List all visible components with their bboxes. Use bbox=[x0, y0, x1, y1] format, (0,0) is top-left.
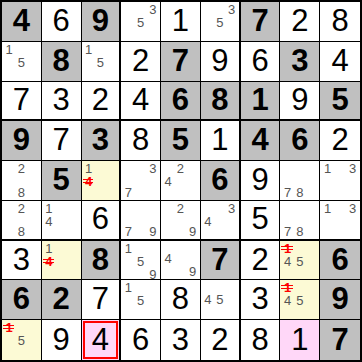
solved-digit: 8 bbox=[251, 324, 268, 355]
given-digit: 7 bbox=[211, 244, 228, 275]
pencil-marks: 78 bbox=[281, 202, 318, 238]
cell-r6c2[interactable]: 14 bbox=[42, 201, 82, 241]
given-digit: 7 bbox=[331, 324, 348, 355]
sudoku-board: 4693513572815815279634732468195973851462… bbox=[0, 0, 362, 362]
candidate-mark: 1 bbox=[43, 202, 55, 215]
cell-r1c1[interactable]: 4 bbox=[2, 2, 42, 42]
given-digit: 1 bbox=[251, 84, 268, 115]
candidate-mark: 7 bbox=[122, 186, 134, 199]
candidate-mark: 5 bbox=[135, 16, 147, 29]
cell-r5c2[interactable]: 5 bbox=[42, 161, 82, 201]
cell-r3c6[interactable]: 8 bbox=[201, 82, 241, 122]
solved-digit: 1 bbox=[291, 324, 308, 355]
cell-r6c7[interactable]: 5 bbox=[241, 201, 281, 241]
pencil-marks: 14 bbox=[83, 162, 119, 199]
candidate-mark: 8 bbox=[15, 186, 27, 199]
given-digit: 6 bbox=[331, 244, 348, 275]
cell-r8c9[interactable]: 9 bbox=[320, 280, 360, 320]
candidate-mark: 4 bbox=[202, 215, 214, 228]
solved-digit: 9 bbox=[291, 84, 308, 115]
candidate-mark: 5 bbox=[15, 334, 27, 347]
pencil-marks: 14 bbox=[43, 242, 80, 279]
candidate-mark: 5 bbox=[214, 293, 226, 306]
cell-r4c4[interactable]: 8 bbox=[121, 121, 161, 161]
cell-r3c8[interactable]: 9 bbox=[280, 82, 320, 122]
solved-digit: 4 bbox=[132, 84, 149, 115]
given-digit: 6 bbox=[291, 124, 308, 155]
candidate-mark: 5 bbox=[15, 56, 27, 69]
candidate-mark: 8 bbox=[294, 225, 306, 238]
cell-r9c8[interactable]: 1 bbox=[280, 320, 320, 360]
candidate-mark: 9 bbox=[147, 268, 159, 281]
cell-r2c9[interactable]: 4 bbox=[320, 42, 360, 82]
solved-digit: 2 bbox=[251, 244, 268, 275]
cell-r3c4[interactable]: 4 bbox=[121, 82, 161, 122]
candidate-mark: 3 bbox=[226, 3, 238, 16]
solved-digit: 4 bbox=[331, 45, 348, 76]
cell-r2c7[interactable]: 6 bbox=[241, 42, 281, 82]
cell-r6c5[interactable]: 29 bbox=[161, 201, 201, 241]
candidate-mark: 1 bbox=[122, 281, 134, 294]
cell-r8c8[interactable]: 451 bbox=[280, 280, 320, 320]
cell-r8c2[interactable]: 2 bbox=[42, 280, 82, 320]
candidate-mark: 9 bbox=[147, 225, 159, 238]
cell-r4c8[interactable]: 6 bbox=[280, 121, 320, 161]
cell-r6c1[interactable]: 28 bbox=[2, 201, 42, 241]
candidate-mark: 1 bbox=[122, 242, 134, 255]
solved-digit: 6 bbox=[251, 45, 268, 76]
cell-r7c8[interactable]: 451 bbox=[280, 241, 320, 281]
cell-r2c5[interactable]: 7 bbox=[161, 42, 201, 82]
cell-r7c5[interactable]: 49 bbox=[161, 241, 201, 281]
solved-digit: 5 bbox=[251, 203, 268, 234]
candidate-mark: 4 bbox=[281, 255, 293, 268]
candidate-mark: 3 bbox=[346, 162, 359, 175]
candidate-mark: 3 bbox=[147, 3, 159, 16]
cell-r2c4[interactable]: 2 bbox=[121, 42, 161, 82]
candidate-mark: 8 bbox=[15, 225, 27, 238]
solved-digit: 4 bbox=[92, 324, 109, 355]
given-digit: 8 bbox=[92, 244, 109, 275]
pencil-marks: 15 bbox=[83, 43, 119, 80]
candidate-mark: 4 bbox=[281, 294, 293, 307]
cell-r2c1[interactable]: 15 bbox=[2, 42, 42, 82]
solved-digit: 8 bbox=[172, 283, 189, 314]
given-digit: 6 bbox=[13, 283, 30, 314]
candidate-mark: 5 bbox=[294, 255, 306, 268]
cell-r2c8[interactable]: 3 bbox=[280, 42, 320, 82]
solved-digit: 6 bbox=[92, 203, 109, 234]
solved-digit: 2 bbox=[92, 84, 109, 115]
solved-digit: 9 bbox=[251, 164, 268, 195]
solved-digit: 3 bbox=[251, 283, 268, 314]
pencil-marks: 24 bbox=[162, 162, 199, 199]
solved-digit: 8 bbox=[331, 5, 348, 36]
cell-r4c5[interactable]: 5 bbox=[161, 121, 201, 161]
cell-r9c7[interactable]: 8 bbox=[241, 320, 281, 360]
solved-digit: 9 bbox=[211, 45, 228, 76]
cell-r5c3[interactable]: 14 bbox=[82, 161, 122, 201]
candidate-mark: 4 bbox=[162, 252, 174, 265]
solved-digit: 2 bbox=[291, 5, 308, 36]
solved-digit: 2 bbox=[211, 324, 228, 355]
cell-r3c5[interactable]: 6 bbox=[161, 82, 201, 122]
given-digit: 4 bbox=[251, 124, 268, 155]
solved-digit: 1 bbox=[211, 124, 228, 155]
cell-r4c2[interactable]: 7 bbox=[42, 121, 82, 161]
cell-r3c3[interactable]: 2 bbox=[82, 82, 122, 122]
pencil-marks: 28 bbox=[3, 202, 40, 238]
candidate-mark: 4 bbox=[43, 215, 55, 228]
solved-digit: 8 bbox=[132, 124, 149, 155]
cell-r7c3[interactable]: 8 bbox=[82, 241, 122, 281]
cell-r9c5[interactable]: 3 bbox=[161, 320, 201, 360]
eliminated-candidate-mark: 1 bbox=[3, 321, 15, 334]
cell-r7c2[interactable]: 14 bbox=[42, 241, 82, 281]
cell-r9c3[interactable]: 4 bbox=[82, 320, 122, 360]
cell-r7c6[interactable]: 7 bbox=[201, 241, 241, 281]
cell-r9c1[interactable]: 51 bbox=[2, 320, 42, 360]
candidate-mark: 5 bbox=[94, 56, 106, 69]
cell-r6c4[interactable]: 79 bbox=[121, 201, 161, 241]
cell-r5c6[interactable]: 6 bbox=[201, 161, 241, 201]
cell-r5c8[interactable]: 78 bbox=[280, 161, 320, 201]
given-digit: 4 bbox=[13, 5, 30, 36]
given-digit: 6 bbox=[211, 164, 228, 195]
candidate-mark: 9 bbox=[187, 225, 199, 238]
cell-r1c2[interactable]: 6 bbox=[42, 2, 82, 42]
cell-r5c7[interactable]: 9 bbox=[241, 161, 281, 201]
pencil-marks: 15 bbox=[3, 43, 40, 80]
candidate-mark: 3 bbox=[346, 202, 359, 215]
cell-r3c7[interactable]: 1 bbox=[241, 82, 281, 122]
pencil-marks: 79 bbox=[122, 202, 159, 238]
cell-r8c7[interactable]: 3 bbox=[241, 280, 281, 320]
cell-r1c6[interactable]: 35 bbox=[201, 2, 241, 42]
cell-r6c3[interactable]: 6 bbox=[82, 201, 122, 241]
pencil-marks: 29 bbox=[162, 202, 199, 238]
solved-digit: 6 bbox=[53, 5, 70, 36]
pencil-marks: 451 bbox=[281, 281, 318, 318]
cell-r7c7[interactable]: 2 bbox=[241, 241, 281, 281]
solved-digit: 7 bbox=[92, 283, 109, 314]
solved-digit: 3 bbox=[13, 244, 30, 275]
given-digit: 2 bbox=[53, 283, 70, 314]
cell-r5c9[interactable]: 13 bbox=[320, 161, 360, 201]
candidate-mark: 5 bbox=[294, 294, 306, 307]
pencil-marks: 37 bbox=[122, 162, 159, 199]
cell-r4c1[interactable]: 9 bbox=[2, 121, 42, 161]
pencil-marks: 13 bbox=[321, 202, 359, 238]
candidate-mark: 2 bbox=[174, 162, 186, 175]
solved-digit: 2 bbox=[331, 124, 348, 155]
candidate-mark: 8 bbox=[294, 186, 306, 199]
candidate-mark: 9 bbox=[187, 265, 199, 278]
solved-digit: 6 bbox=[132, 324, 149, 355]
solved-digit: 3 bbox=[53, 84, 70, 115]
pencil-marks: 15 bbox=[122, 281, 159, 318]
pencil-marks: 49 bbox=[162, 242, 199, 279]
given-digit: 9 bbox=[92, 5, 109, 36]
pencil-marks: 451 bbox=[281, 242, 318, 279]
candidate-mark: 1 bbox=[321, 162, 334, 175]
cell-r6c8[interactable]: 78 bbox=[280, 201, 320, 241]
cell-r6c9[interactable]: 13 bbox=[320, 201, 360, 241]
given-digit: 6 bbox=[172, 84, 189, 115]
candidate-mark: 7 bbox=[122, 225, 134, 238]
cell-r7c1[interactable]: 3 bbox=[2, 241, 42, 281]
candidate-mark: 1 bbox=[83, 43, 95, 56]
pencil-marks: 14 bbox=[43, 202, 80, 238]
cell-r2c3[interactable]: 15 bbox=[82, 42, 122, 82]
solved-digit: 9 bbox=[53, 324, 70, 355]
candidate-mark: 7 bbox=[281, 225, 293, 238]
pencil-marks: 35 bbox=[202, 3, 238, 40]
cell-r5c1[interactable]: 28 bbox=[2, 161, 42, 201]
candidate-mark: 1 bbox=[43, 242, 55, 255]
given-digit: 7 bbox=[251, 5, 268, 36]
pencil-marks: 159 bbox=[122, 242, 159, 279]
solved-digit: 7 bbox=[53, 124, 70, 155]
candidate-mark: 1 bbox=[321, 202, 334, 215]
candidate-mark: 5 bbox=[135, 294, 147, 307]
candidate-mark: 3 bbox=[226, 202, 238, 215]
candidate-mark: 7 bbox=[281, 186, 293, 199]
solved-digit: 2 bbox=[132, 45, 149, 76]
given-digit: 8 bbox=[211, 84, 228, 115]
solved-digit: 1 bbox=[172, 5, 189, 36]
given-digit: 9 bbox=[13, 124, 30, 155]
candidate-mark: 4 bbox=[202, 293, 214, 306]
pencil-marks: 34 bbox=[202, 202, 238, 238]
eliminated-candidate-mark: 1 bbox=[281, 281, 293, 294]
candidate-mark: 5 bbox=[135, 255, 147, 268]
candidate-mark: 2 bbox=[174, 202, 186, 215]
cell-r4c3[interactable]: 3 bbox=[82, 121, 122, 161]
given-digit: 5 bbox=[331, 84, 348, 115]
solved-digit: 7 bbox=[13, 84, 30, 115]
cell-r3c1[interactable]: 7 bbox=[2, 82, 42, 122]
cell-r1c4[interactable]: 35 bbox=[121, 2, 161, 42]
cell-r3c2[interactable]: 3 bbox=[42, 82, 82, 122]
pencil-marks: 78 bbox=[281, 162, 318, 199]
cell-r1c5[interactable]: 1 bbox=[161, 2, 201, 42]
given-digit: 5 bbox=[172, 124, 189, 155]
cell-r4c9[interactable]: 2 bbox=[320, 121, 360, 161]
candidate-mark: 5 bbox=[214, 16, 226, 29]
pencil-marks: 35 bbox=[122, 3, 159, 40]
cell-r8c1[interactable]: 6 bbox=[2, 280, 42, 320]
cell-r4c7[interactable]: 4 bbox=[241, 121, 281, 161]
eliminated-candidate-mark: 1 bbox=[281, 242, 293, 255]
cell-r9c2[interactable]: 9 bbox=[42, 320, 82, 360]
given-digit: 7 bbox=[172, 45, 189, 76]
given-digit: 3 bbox=[291, 45, 308, 76]
cell-r9c9[interactable]: 7 bbox=[320, 320, 360, 360]
eliminated-candidate-mark: 4 bbox=[83, 175, 95, 188]
cell-r8c3[interactable]: 7 bbox=[82, 280, 122, 320]
candidate-mark: 3 bbox=[147, 162, 159, 175]
given-digit: 8 bbox=[53, 45, 70, 76]
cell-r5c5[interactable]: 24 bbox=[161, 161, 201, 201]
given-digit: 3 bbox=[92, 124, 109, 155]
solved-digit: 3 bbox=[172, 324, 189, 355]
cell-r1c9[interactable]: 8 bbox=[320, 2, 360, 42]
cell-r9c6[interactable]: 2 bbox=[201, 320, 241, 360]
candidate-mark: 2 bbox=[15, 162, 27, 175]
cell-r1c7[interactable]: 7 bbox=[241, 2, 281, 42]
pencil-marks: 51 bbox=[3, 321, 40, 359]
cell-r7c4[interactable]: 159 bbox=[121, 241, 161, 281]
candidate-mark: 2 bbox=[15, 202, 27, 215]
cell-r8c5[interactable]: 8 bbox=[161, 280, 201, 320]
cell-r8c4[interactable]: 15 bbox=[121, 280, 161, 320]
cell-r5c4[interactable]: 37 bbox=[121, 161, 161, 201]
eliminated-candidate-mark: 4 bbox=[43, 255, 55, 268]
given-digit: 9 bbox=[331, 283, 348, 314]
cell-r1c3[interactable]: 9 bbox=[82, 2, 122, 42]
cell-r8c6[interactable]: 45 bbox=[201, 280, 241, 320]
cell-r4c6[interactable]: 1 bbox=[201, 121, 241, 161]
pencil-marks: 13 bbox=[321, 162, 359, 199]
cell-r3c9[interactable]: 5 bbox=[320, 82, 360, 122]
cell-r2c2[interactable]: 8 bbox=[42, 42, 82, 82]
pencil-marks: 45 bbox=[202, 281, 238, 318]
cell-r1c8[interactable]: 2 bbox=[280, 2, 320, 42]
given-digit: 5 bbox=[53, 164, 70, 195]
pencil-marks: 28 bbox=[3, 162, 40, 199]
candidate-mark: 1 bbox=[3, 43, 15, 56]
candidate-mark: 4 bbox=[162, 175, 174, 188]
cell-r9c4[interactable]: 6 bbox=[121, 320, 161, 360]
cell-r7c9[interactable]: 6 bbox=[320, 241, 360, 281]
cell-r6c6[interactable]: 34 bbox=[201, 201, 241, 241]
cell-r2c6[interactable]: 9 bbox=[201, 42, 241, 82]
